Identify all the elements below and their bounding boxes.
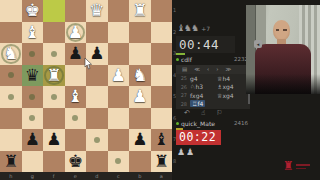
file-label-d: d [86, 172, 108, 180]
square-a3[interactable] [151, 43, 173, 65]
square-f3[interactable] [43, 43, 65, 65]
black-pawn: ♟ [43, 129, 65, 151]
mouse-cursor-icon [84, 58, 93, 70]
first-move-button[interactable]: ≪ [194, 65, 200, 74]
black-move[interactable]: ♕xg4 [217, 92, 244, 99]
square-d6[interactable] [86, 108, 108, 130]
square-d8[interactable] [86, 151, 108, 173]
square-g5[interactable] [22, 86, 44, 108]
move-hint-dot [8, 94, 14, 100]
file-label-a: a [151, 172, 173, 180]
streamer-webcam [246, 5, 320, 94]
square-c2[interactable] [108, 22, 130, 44]
white-move[interactable]: ♖f4 [190, 100, 205, 107]
black-rook: ♜ [0, 151, 22, 173]
black-king: ♚ [65, 151, 87, 173]
online-indicator-icon [176, 122, 179, 125]
move-hint-dot [29, 94, 35, 100]
black-queen: ♛ [22, 65, 44, 87]
top-player-clock: 00:44 [176, 36, 235, 53]
white-move[interactable]: fxg4 [190, 92, 217, 99]
bottom-player-rating: 2416 [234, 120, 248, 126]
square-c8[interactable] [108, 151, 130, 173]
move-hint-dot [8, 72, 14, 78]
square-h1[interactable] [0, 0, 22, 22]
square-b2[interactable] [129, 22, 151, 44]
move-number: 26 [176, 84, 190, 90]
move-row: 27fxg4♕xg4 [176, 91, 250, 100]
square-g3[interactable] [22, 43, 44, 65]
move-number: 27 [176, 92, 190, 98]
square-e3[interactable]: ♟ [65, 43, 87, 65]
square-e1[interactable] [65, 0, 87, 22]
square-h2[interactable] [0, 22, 22, 44]
square-g2[interactable]: ♝ [22, 22, 44, 44]
webcam-shadow [246, 74, 320, 94]
move-list-controls[interactable]: ▤≪‹›≫ [176, 65, 250, 74]
black-move[interactable]: ♕h4 [217, 75, 244, 82]
square-e6[interactable] [65, 108, 87, 130]
rank-label-1: 1 [172, 0, 178, 22]
square-a1[interactable] [151, 0, 173, 22]
white-rook: ♜ [129, 0, 151, 22]
streamer-eyes [276, 29, 287, 31]
square-b6[interactable] [129, 108, 151, 130]
square-g6[interactable] [22, 108, 44, 130]
square-f5[interactable] [43, 86, 65, 108]
black-pawn: ♟ [22, 129, 44, 151]
square-b5[interactable]: ♟ [129, 86, 151, 108]
white-move[interactable]: ♘h3 [190, 83, 217, 90]
square-f6[interactable] [43, 108, 65, 130]
black-bishop: ♝ [151, 129, 173, 151]
square-c5[interactable] [108, 86, 130, 108]
move-list-panel[interactable]: ▤≪‹›≫ 25g4♕h426♘h3♗xg427fxg4♕xg428♖f4 [176, 65, 250, 109]
capture-hint-ring [44, 66, 64, 86]
move-row: 26♘h3♗xg4 [176, 83, 250, 92]
square-a8[interactable]: ♜ [151, 151, 173, 173]
square-b8[interactable] [129, 151, 151, 173]
square-b7[interactable]: ♟ [129, 129, 151, 151]
move-hint-dot [51, 94, 57, 100]
square-c4[interactable]: ♟ [108, 65, 130, 87]
square-d1[interactable]: ♛ [86, 0, 108, 22]
black-pawn: ♟ [129, 129, 151, 151]
square-g7[interactable]: ♟ [22, 129, 44, 151]
square-f2[interactable] [43, 22, 65, 44]
material-advantage: +7 [201, 25, 210, 32]
move-hint-dot [115, 158, 121, 164]
file-label-c: c [108, 172, 130, 180]
square-d5[interactable] [86, 86, 108, 108]
capture-hint-ring [66, 23, 86, 43]
square-b1[interactable]: ♜ [129, 0, 151, 22]
square-d2[interactable] [86, 22, 108, 44]
square-c7[interactable] [108, 129, 130, 151]
bottom-player-name: quick_Mate [181, 120, 215, 127]
square-e4[interactable] [65, 65, 87, 87]
top-player-name: cdlf [181, 56, 192, 63]
move-row: 25g4♕h4 [176, 74, 250, 83]
white-queen: ♛ [86, 0, 108, 22]
move-hint-dot [29, 115, 35, 121]
last-move-button[interactable]: ≫ [225, 65, 231, 74]
captured-pieces-black-tray: ♟♟ [177, 147, 195, 157]
move-hint-dot [94, 137, 100, 143]
file-coordinates: hgfedcba [0, 172, 172, 180]
stream-logo: ♜ [283, 157, 310, 175]
black-rook: ♜ [151, 151, 173, 173]
square-f1[interactable] [43, 0, 65, 22]
move-row: 28♖f4 [176, 100, 250, 109]
panel-collapse-button[interactable]: ◂ [254, 40, 262, 48]
bottom-player-row[interactable]: quick_Mate 2416 [176, 119, 248, 127]
black-move[interactable]: ♗xg4 [217, 83, 244, 90]
thumbs-up-icon[interactable]: ☝ [201, 108, 205, 118]
white-move[interactable]: g4 [190, 75, 217, 82]
square-e8[interactable]: ♚ [65, 151, 87, 173]
move-number: 28 [176, 101, 190, 107]
square-h3[interactable]: ♞ [0, 43, 22, 65]
white-pawn: ♟ [129, 86, 151, 108]
black-pawn: ♟ [65, 43, 87, 65]
square-a5[interactable] [151, 86, 173, 108]
square-b3[interactable] [129, 43, 151, 65]
square-h4[interactable] [0, 65, 22, 87]
white-king: ♚ [22, 0, 44, 22]
square-a7[interactable]: ♝ [151, 129, 173, 151]
square-e5[interactable]: ♝ [65, 86, 87, 108]
capture-hint-ring [1, 44, 21, 64]
square-g4[interactable]: ♛ [22, 65, 44, 87]
captured-pieces-white-tray: ♝♞♞+7 [177, 23, 210, 34]
takeback-icon[interactable]: ↶ [184, 108, 190, 118]
next-move-button[interactable]: › [216, 65, 218, 74]
resign-flag-icon[interactable]: ⚐ [216, 108, 222, 118]
top-player-row[interactable]: cdlf 2232 [176, 55, 248, 63]
square-c3[interactable] [108, 43, 130, 65]
game-action-bar[interactable]: ↶ ☝ ⚐ [184, 108, 246, 118]
square-h6[interactable] [0, 108, 22, 130]
logo-rook-icon: ♜ [283, 157, 294, 175]
move-hint-dot [29, 51, 35, 57]
white-pawn: ♟ [108, 65, 130, 87]
square-g1[interactable]: ♚ [22, 0, 44, 22]
move-hint-dot [51, 51, 57, 57]
square-h8[interactable]: ♜ [0, 151, 22, 173]
file-label-g: g [22, 172, 44, 180]
square-f7[interactable]: ♟ [43, 129, 65, 151]
logo-text-marks [296, 164, 310, 169]
chess-board[interactable]: ♚♛♜♝♟♞♟♟♛♜♟♞♝♟♟♟♟♝♜♚♜ [0, 0, 172, 172]
bottom-player-clock: 00:22 [176, 130, 221, 145]
move-hint-dot [72, 115, 78, 121]
move-number: 25 [176, 75, 190, 81]
square-a2[interactable] [151, 22, 173, 44]
square-f8[interactable] [43, 151, 65, 173]
captured-black-pieces: ♝♞♞ [177, 23, 198, 33]
prev-move-button[interactable]: ‹ [207, 65, 209, 74]
square-e7[interactable] [65, 129, 87, 151]
square-b4[interactable]: ♞ [129, 65, 151, 87]
file-label-b: b [129, 172, 151, 180]
square-c6[interactable] [108, 108, 130, 130]
file-label-f: f [43, 172, 65, 180]
white-knight: ♞ [129, 65, 151, 87]
white-bishop: ♝ [22, 22, 44, 44]
square-f4[interactable]: ♜ [43, 65, 65, 87]
board-icon[interactable]: ▤ [182, 65, 187, 74]
square-g8[interactable] [22, 151, 44, 173]
white-bishop: ♝ [65, 86, 87, 108]
square-h7[interactable] [0, 129, 22, 151]
square-h5[interactable] [0, 86, 22, 108]
file-label-h: h [0, 172, 22, 180]
square-a4[interactable] [151, 65, 173, 87]
square-a6[interactable] [151, 108, 173, 130]
square-c1[interactable] [108, 0, 130, 22]
online-indicator-icon [176, 58, 179, 61]
file-label-e: e [65, 172, 87, 180]
move-list[interactable]: 25g4♕h426♘h3♗xg427fxg4♕xg428♖f4 [176, 74, 250, 108]
square-d7[interactable] [86, 129, 108, 151]
square-e2[interactable]: ♟ [65, 22, 87, 44]
